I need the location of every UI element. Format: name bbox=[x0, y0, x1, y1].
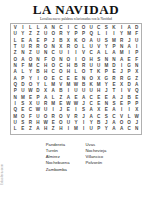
grid-cell-r17c5[interactable]: H bbox=[42, 127, 50, 133]
grid-cell-r17c11[interactable]: U bbox=[87, 127, 95, 133]
puzzle-instructions: Localiza nueve palabras relacionadas con… bbox=[0, 17, 152, 21]
word-search-grid-frame: VILLANCICOUCSKIADUYZZUORYPPQLIIYMFLEAEPJ… bbox=[10, 23, 142, 135]
grid-cell-r17c2[interactable]: E bbox=[19, 127, 27, 133]
grid-cell-r17c6[interactable]: Z bbox=[49, 127, 57, 133]
word-item: Polvorón bbox=[86, 160, 107, 166]
word-list-left-column: PanderetaTurrónAlmirezNochebuenaZambomba bbox=[46, 142, 70, 173]
grid-cell-r17c15[interactable]: A bbox=[118, 127, 126, 133]
grid-cell-r17c1[interactable]: L bbox=[11, 127, 19, 133]
grid-cell-r17c8[interactable]: I bbox=[65, 127, 73, 133]
grid-cell-r17c13[interactable]: Y bbox=[103, 127, 111, 133]
grid-cell-r17c14[interactable]: A bbox=[110, 127, 118, 133]
grid-cell-r17c10[interactable]: I bbox=[80, 127, 88, 133]
grid-cell-r17c4[interactable]: A bbox=[34, 127, 42, 133]
grid-cell-r17c12[interactable]: P bbox=[95, 127, 103, 133]
worksheet-page: LA NAVIDAD Localiza nueve palabras relac… bbox=[0, 3, 152, 200]
grid-cell-r17c9[interactable]: M bbox=[72, 127, 80, 133]
source-watermark: Edusfera.com bbox=[0, 151, 5, 199]
puzzle-title: LA NAVIDAD bbox=[0, 3, 152, 16]
grid-cell-r17c7[interactable]: H bbox=[57, 127, 65, 133]
word-item: Zambomba bbox=[46, 167, 70, 173]
word-list-right-column: UvasNocheviejaVillancicoPolvorón bbox=[86, 142, 107, 173]
grid-cell-r17c3[interactable]: Z bbox=[27, 127, 35, 133]
grid-cell-r17c16[interactable]: C bbox=[125, 127, 133, 133]
word-list: PanderetaTurrónAlmirezNochebuenaZambomba… bbox=[0, 142, 152, 173]
word-search-grid: VILLANCICOUCSKIADUYZZUORYPPQLIIYMFLEAEPJ… bbox=[12, 25, 140, 133]
grid-cell-r17c17[interactable]: N bbox=[133, 127, 141, 133]
